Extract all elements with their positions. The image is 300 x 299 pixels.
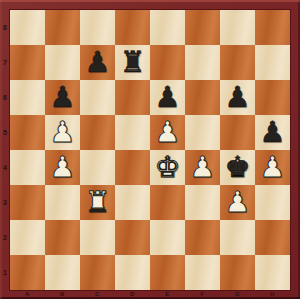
square-h2[interactable] — [255, 220, 290, 255]
square-c1[interactable] — [80, 255, 115, 290]
square-g2[interactable] — [220, 220, 255, 255]
square-g7[interactable] — [220, 45, 255, 80]
square-c6[interactable] — [80, 80, 115, 115]
square-f2[interactable] — [185, 220, 220, 255]
file-label-d: D — [115, 290, 150, 299]
square-f6[interactable] — [185, 80, 220, 115]
file-label-h: H — [255, 290, 290, 299]
rank-label-8: 8 — [0, 10, 10, 45]
square-d7[interactable]: ♜ — [115, 45, 150, 80]
white-pawn[interactable]: ♟ — [255, 150, 290, 185]
square-a7[interactable] — [10, 45, 45, 80]
file-label-a: A — [10, 290, 45, 299]
square-g1[interactable] — [220, 255, 255, 290]
white-rook[interactable]: ♜ — [80, 185, 115, 220]
black-rook[interactable]: ♜ — [115, 45, 150, 80]
square-b5[interactable]: ♟ — [45, 115, 80, 150]
square-b4[interactable]: ♟ — [45, 150, 80, 185]
white-king[interactable]: ♚ — [150, 150, 185, 185]
square-h4[interactable]: ♟ — [255, 150, 290, 185]
square-b7[interactable] — [45, 45, 80, 80]
square-b8[interactable] — [45, 10, 80, 45]
square-b1[interactable] — [45, 255, 80, 290]
square-a3[interactable] — [10, 185, 45, 220]
square-e8[interactable] — [150, 10, 185, 45]
square-h7[interactable] — [255, 45, 290, 80]
rank-label-4: 4 — [0, 150, 10, 185]
square-g3[interactable]: ♟ — [220, 185, 255, 220]
rank-label-1: 1 — [0, 255, 10, 290]
file-label-f: F — [185, 290, 220, 299]
white-pawn[interactable]: ♟ — [150, 115, 185, 150]
square-c3[interactable]: ♜ — [80, 185, 115, 220]
board: ♟♜♟♟♟♟♟♟♟♚♟♚♟♜♟ — [10, 10, 290, 290]
square-e2[interactable] — [150, 220, 185, 255]
square-b6[interactable]: ♟ — [45, 80, 80, 115]
square-a6[interactable] — [10, 80, 45, 115]
square-f4[interactable]: ♟ — [185, 150, 220, 185]
white-pawn[interactable]: ♟ — [45, 115, 80, 150]
square-c8[interactable] — [80, 10, 115, 45]
square-e3[interactable] — [150, 185, 185, 220]
square-g4[interactable]: ♚ — [220, 150, 255, 185]
square-a4[interactable] — [10, 150, 45, 185]
square-a2[interactable] — [10, 220, 45, 255]
square-f5[interactable] — [185, 115, 220, 150]
square-h6[interactable] — [255, 80, 290, 115]
square-f8[interactable] — [185, 10, 220, 45]
square-d2[interactable] — [115, 220, 150, 255]
square-d8[interactable] — [115, 10, 150, 45]
file-label-g: G — [220, 290, 255, 299]
square-a8[interactable] — [10, 10, 45, 45]
square-b2[interactable] — [45, 220, 80, 255]
black-pawn[interactable]: ♟ — [255, 115, 290, 150]
square-e5[interactable]: ♟ — [150, 115, 185, 150]
square-g5[interactable] — [220, 115, 255, 150]
file-label-c: C — [80, 290, 115, 299]
black-pawn[interactable]: ♟ — [220, 80, 255, 115]
white-pawn[interactable]: ♟ — [45, 150, 80, 185]
square-e1[interactable] — [150, 255, 185, 290]
black-pawn[interactable]: ♟ — [150, 80, 185, 115]
file-label-e: E — [150, 290, 185, 299]
board-frame: ♟♜♟♟♟♟♟♟♟♚♟♚♟♜♟ 87654321ABCDEFGH — [0, 0, 300, 299]
square-b3[interactable] — [45, 185, 80, 220]
square-h3[interactable] — [255, 185, 290, 220]
rank-label-5: 5 — [0, 115, 10, 150]
square-d6[interactable] — [115, 80, 150, 115]
square-f7[interactable] — [185, 45, 220, 80]
file-label-b: B — [45, 290, 80, 299]
square-d4[interactable] — [115, 150, 150, 185]
square-d1[interactable] — [115, 255, 150, 290]
square-c7[interactable]: ♟ — [80, 45, 115, 80]
square-c2[interactable] — [80, 220, 115, 255]
square-d3[interactable] — [115, 185, 150, 220]
square-h8[interactable] — [255, 10, 290, 45]
square-e4[interactable]: ♚ — [150, 150, 185, 185]
square-a1[interactable] — [10, 255, 45, 290]
rank-label-6: 6 — [0, 80, 10, 115]
square-e6[interactable]: ♟ — [150, 80, 185, 115]
black-pawn[interactable]: ♟ — [45, 80, 80, 115]
rank-label-7: 7 — [0, 45, 10, 80]
square-c5[interactable] — [80, 115, 115, 150]
square-c4[interactable] — [80, 150, 115, 185]
black-pawn[interactable]: ♟ — [80, 45, 115, 80]
square-h5[interactable]: ♟ — [255, 115, 290, 150]
rank-label-3: 3 — [0, 185, 10, 220]
square-g8[interactable] — [220, 10, 255, 45]
square-f3[interactable] — [185, 185, 220, 220]
rank-label-2: 2 — [0, 220, 10, 255]
square-a5[interactable] — [10, 115, 45, 150]
white-pawn[interactable]: ♟ — [185, 150, 220, 185]
square-h1[interactable] — [255, 255, 290, 290]
square-d5[interactable] — [115, 115, 150, 150]
square-f1[interactable] — [185, 255, 220, 290]
white-pawn[interactable]: ♟ — [220, 185, 255, 220]
black-king[interactable]: ♚ — [220, 150, 255, 185]
square-g6[interactable]: ♟ — [220, 80, 255, 115]
square-e7[interactable] — [150, 45, 185, 80]
